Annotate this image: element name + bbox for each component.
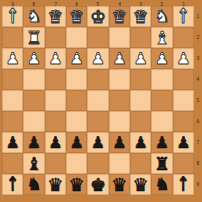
square-49[interactable]: ♛ bbox=[109, 174, 130, 195]
piece-black-knight: ♞ bbox=[26, 176, 41, 193]
piece-black-pawn: ♟ bbox=[155, 135, 169, 151]
piece-black-pawn: ♟ bbox=[133, 135, 147, 151]
square-81[interactable]: ♞ bbox=[23, 6, 44, 27]
rank-labels: 123456789 bbox=[194, 6, 202, 195]
piece-white-pawn: ♟ bbox=[155, 51, 169, 67]
square-84[interactable] bbox=[23, 69, 44, 90]
square-91[interactable]: ↑ bbox=[2, 6, 23, 27]
rank-label-7: 7 bbox=[196, 137, 200, 149]
square-19[interactable]: ↑ bbox=[173, 174, 194, 195]
square-61[interactable]: ♛ bbox=[66, 6, 87, 27]
square-25[interactable] bbox=[151, 90, 172, 111]
square-74[interactable] bbox=[45, 69, 66, 90]
square-33[interactable]: ♟ bbox=[130, 48, 151, 69]
piece-white-pawn: ♟ bbox=[133, 51, 147, 67]
piece-white-pawn: ♟ bbox=[176, 51, 190, 67]
piece-white-knight: ♞ bbox=[26, 8, 41, 25]
piece-white-gold-general: ♛ bbox=[111, 8, 127, 26]
piece-white-silver-general: ♛ bbox=[133, 8, 149, 26]
piece-black-lance: ↑ bbox=[177, 174, 190, 194]
square-34[interactable] bbox=[130, 69, 151, 90]
square-47[interactable]: ♟ bbox=[109, 132, 130, 153]
square-78[interactable] bbox=[45, 153, 66, 174]
square-24[interactable] bbox=[151, 69, 172, 90]
square-15[interactable] bbox=[173, 90, 194, 111]
piece-black-pawn: ♟ bbox=[48, 135, 62, 151]
piece-black-silver-general: ♛ bbox=[47, 176, 63, 194]
square-51[interactable]: ♚ bbox=[87, 6, 108, 27]
piece-white-pawn: ♟ bbox=[5, 51, 19, 67]
piece-white-gold-general: ♛ bbox=[69, 8, 85, 26]
square-97[interactable]: ♟ bbox=[2, 132, 23, 153]
rank-label-6: 6 bbox=[196, 116, 200, 128]
square-44[interactable] bbox=[109, 69, 130, 90]
square-83[interactable]: ♟ bbox=[23, 48, 44, 69]
square-94[interactable] bbox=[2, 69, 23, 90]
square-48[interactable] bbox=[109, 153, 130, 174]
square-98[interactable] bbox=[2, 153, 23, 174]
piece-white-pawn: ♟ bbox=[112, 51, 126, 67]
square-95[interactable] bbox=[2, 90, 23, 111]
square-31[interactable]: ♛ bbox=[130, 6, 151, 27]
square-23[interactable]: ♟ bbox=[151, 48, 172, 69]
square-54[interactable] bbox=[87, 69, 108, 90]
square-32[interactable] bbox=[130, 27, 151, 48]
square-86[interactable] bbox=[23, 111, 44, 132]
square-41[interactable]: ♛ bbox=[109, 6, 130, 27]
square-77[interactable]: ♟ bbox=[45, 132, 66, 153]
square-26[interactable] bbox=[151, 111, 172, 132]
piece-white-knight: ♞ bbox=[154, 8, 169, 25]
square-75[interactable] bbox=[45, 90, 66, 111]
piece-white-bishop: ♝ bbox=[154, 29, 170, 47]
piece-white-pawn: ♟ bbox=[91, 51, 105, 67]
square-88[interactable]: ♝ bbox=[23, 153, 44, 174]
square-52[interactable] bbox=[87, 27, 108, 48]
piece-black-king: ♚ bbox=[90, 176, 106, 194]
square-64[interactable] bbox=[66, 69, 87, 90]
square-85[interactable] bbox=[23, 90, 44, 111]
square-87[interactable]: ♟ bbox=[23, 132, 44, 153]
rank-label-5: 5 bbox=[196, 95, 200, 107]
square-42[interactable] bbox=[109, 27, 130, 48]
square-39[interactable]: ♛ bbox=[130, 174, 151, 195]
square-22[interactable]: ♝ bbox=[151, 27, 172, 48]
square-73[interactable]: ♟ bbox=[45, 48, 66, 69]
square-14[interactable] bbox=[173, 69, 194, 90]
square-29[interactable]: ♞ bbox=[151, 174, 172, 195]
square-69[interactable]: ♛ bbox=[66, 174, 87, 195]
piece-white-lance: ↑ bbox=[6, 6, 19, 26]
square-89[interactable]: ♞ bbox=[23, 174, 44, 195]
square-57[interactable]: ♟ bbox=[87, 132, 108, 153]
rank-label-9: 9 bbox=[196, 179, 200, 191]
square-82[interactable]: ♜ bbox=[23, 27, 44, 48]
square-67[interactable]: ♟ bbox=[66, 132, 87, 153]
square-17[interactable]: ♟ bbox=[173, 132, 194, 153]
piece-black-gold-general: ♛ bbox=[69, 176, 85, 194]
square-18[interactable] bbox=[173, 153, 194, 174]
shogi-board: ↑♞♛♛♚♛♛♞↑♜♝♟♟♟♟♟♟♟♟♟♟♟♟♟♟♟♟♟♟♝♜↑♞♛♛♚♛♛♞↑ bbox=[2, 6, 194, 195]
piece-black-rook: ♜ bbox=[154, 155, 170, 173]
piece-black-pawn: ♟ bbox=[69, 135, 83, 151]
rank-label-1: 1 bbox=[196, 11, 200, 23]
square-16[interactable] bbox=[173, 111, 194, 132]
square-38[interactable] bbox=[130, 153, 151, 174]
piece-black-gold-general: ♛ bbox=[111, 176, 127, 194]
square-37[interactable]: ♟ bbox=[130, 132, 151, 153]
piece-black-silver-general: ♛ bbox=[133, 176, 149, 194]
square-35[interactable] bbox=[130, 90, 151, 111]
square-13[interactable]: ♟ bbox=[173, 48, 194, 69]
piece-black-pawn: ♟ bbox=[5, 135, 19, 151]
piece-white-rook: ♜ bbox=[26, 29, 42, 47]
square-58[interactable] bbox=[87, 153, 108, 174]
square-55[interactable] bbox=[87, 90, 108, 111]
square-11[interactable]: ↑ bbox=[173, 6, 194, 27]
square-93[interactable]: ♟ bbox=[2, 48, 23, 69]
rank-label-4: 4 bbox=[196, 74, 200, 86]
rank-label-2: 2 bbox=[196, 32, 200, 44]
square-56[interactable] bbox=[87, 111, 108, 132]
square-43[interactable]: ♟ bbox=[109, 48, 130, 69]
square-46[interactable] bbox=[109, 111, 130, 132]
piece-black-pawn: ♟ bbox=[27, 135, 41, 151]
piece-black-pawn: ♟ bbox=[176, 135, 190, 151]
rank-label-8: 8 bbox=[196, 158, 200, 170]
piece-black-lance: ↑ bbox=[6, 174, 19, 194]
piece-white-lance: ↑ bbox=[177, 6, 190, 26]
square-63[interactable]: ♟ bbox=[66, 48, 87, 69]
piece-white-pawn: ♟ bbox=[69, 51, 83, 67]
square-27[interactable]: ♟ bbox=[151, 132, 172, 153]
square-12[interactable] bbox=[173, 27, 194, 48]
square-65[interactable] bbox=[66, 90, 87, 111]
piece-black-knight: ♞ bbox=[154, 176, 169, 193]
piece-black-pawn: ♟ bbox=[112, 135, 126, 151]
piece-black-bishop: ♝ bbox=[26, 155, 42, 173]
piece-white-silver-general: ♛ bbox=[47, 8, 63, 26]
square-79[interactable]: ♛ bbox=[45, 174, 66, 195]
square-62[interactable] bbox=[66, 27, 87, 48]
square-72[interactable] bbox=[45, 27, 66, 48]
square-36[interactable] bbox=[130, 111, 151, 132]
square-76[interactable] bbox=[45, 111, 66, 132]
piece-white-pawn: ♟ bbox=[48, 51, 62, 67]
square-68[interactable] bbox=[66, 153, 87, 174]
piece-white-king: ♚ bbox=[90, 8, 106, 26]
square-99[interactable]: ↑ bbox=[2, 174, 23, 195]
shogi-board-app: 987654321 123456789 ↑♞♛♛♚♛♛♞↑♜♝♟♟♟♟♟♟♟♟♟… bbox=[0, 0, 202, 202]
square-45[interactable] bbox=[109, 90, 130, 111]
piece-black-pawn: ♟ bbox=[91, 135, 105, 151]
rank-label-3: 3 bbox=[196, 53, 200, 65]
square-53[interactable]: ♟ bbox=[87, 48, 108, 69]
square-71[interactable]: ♛ bbox=[45, 6, 66, 27]
square-59[interactable]: ♚ bbox=[87, 174, 108, 195]
piece-white-pawn: ♟ bbox=[27, 51, 41, 67]
square-96[interactable] bbox=[2, 111, 23, 132]
square-66[interactable] bbox=[66, 111, 87, 132]
square-28[interactable]: ♜ bbox=[151, 153, 172, 174]
square-21[interactable]: ♞ bbox=[151, 6, 172, 27]
square-92[interactable] bbox=[2, 27, 23, 48]
